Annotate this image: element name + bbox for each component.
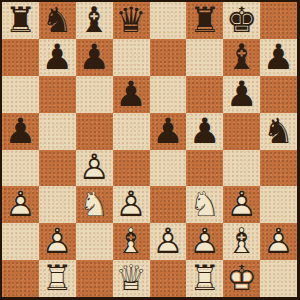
white-piece-outline-glyph: ♖	[186, 260, 223, 297]
piece-black-bishop[interactable]: ♝	[223, 39, 260, 76]
square-d1[interactable]: ♛♕	[113, 260, 150, 297]
piece-black-knight[interactable]: ♞	[39, 2, 76, 39]
square-g5[interactable]	[223, 113, 260, 150]
square-d6[interactable]: ♟	[113, 76, 150, 113]
piece-white-pawn[interactable]: ♟♙	[260, 223, 297, 260]
square-c8[interactable]: ♝	[76, 2, 113, 39]
square-c5[interactable]	[76, 113, 113, 150]
square-e5[interactable]: ♟	[150, 113, 187, 150]
piece-white-knight[interactable]: ♞♘	[76, 186, 113, 223]
piece-white-pawn[interactable]: ♟♙	[39, 223, 76, 260]
square-d4[interactable]	[113, 150, 150, 187]
white-piece-outline-glyph: ♖	[39, 260, 76, 297]
square-e7[interactable]	[150, 39, 187, 76]
square-b3[interactable]	[39, 186, 76, 223]
chess-board: ♜♞♝♛♜♚♟♟♝♟♟♟♟♟♟♞♟♙♟♙♞♘♟♙♞♘♟♙♟♙♝♗♟♙♟♙♝♗♟♙…	[2, 2, 297, 297]
square-d2[interactable]: ♝♗	[113, 223, 150, 260]
square-f1[interactable]: ♜♖	[186, 260, 223, 297]
square-d8[interactable]: ♛	[113, 2, 150, 39]
piece-white-rook[interactable]: ♜♖	[186, 260, 223, 297]
square-h1[interactable]	[260, 260, 297, 297]
white-piece-outline-glyph: ♘	[186, 186, 223, 223]
piece-white-king[interactable]: ♚♔	[223, 260, 260, 297]
white-piece-outline-glyph: ♔	[223, 260, 260, 297]
white-piece-outline-glyph: ♗	[223, 223, 260, 260]
white-piece-outline-glyph: ♙	[113, 186, 150, 223]
square-h3[interactable]	[260, 186, 297, 223]
piece-black-knight[interactable]: ♞	[260, 113, 297, 150]
square-d3[interactable]: ♟♙	[113, 186, 150, 223]
square-e6[interactable]	[150, 76, 187, 113]
white-piece-outline-glyph: ♘	[76, 186, 113, 223]
piece-white-pawn[interactable]: ♟♙	[150, 223, 187, 260]
square-h4[interactable]	[260, 150, 297, 187]
square-a4[interactable]	[2, 150, 39, 187]
square-e2[interactable]: ♟♙	[150, 223, 187, 260]
white-piece-outline-glyph: ♙	[186, 223, 223, 260]
square-g8[interactable]: ♚	[223, 2, 260, 39]
square-e3[interactable]	[150, 186, 187, 223]
piece-black-rook[interactable]: ♜	[186, 2, 223, 39]
square-e1[interactable]	[150, 260, 187, 297]
square-b6[interactable]	[39, 76, 76, 113]
square-f6[interactable]	[186, 76, 223, 113]
square-h7[interactable]: ♟	[260, 39, 297, 76]
square-c4[interactable]: ♟♙	[76, 150, 113, 187]
piece-white-bishop[interactable]: ♝♗	[223, 223, 260, 260]
square-c2[interactable]	[76, 223, 113, 260]
piece-black-pawn[interactable]: ♟	[76, 39, 113, 76]
piece-white-pawn[interactable]: ♟♙	[2, 186, 39, 223]
piece-white-pawn[interactable]: ♟♙	[76, 150, 113, 187]
square-a8[interactable]: ♜	[2, 2, 39, 39]
square-h5[interactable]: ♞	[260, 113, 297, 150]
white-piece-outline-glyph: ♙	[223, 186, 260, 223]
piece-white-pawn[interactable]: ♟♙	[186, 223, 223, 260]
piece-black-bishop[interactable]: ♝	[76, 2, 113, 39]
square-b7[interactable]: ♟	[39, 39, 76, 76]
piece-black-pawn[interactable]: ♟	[113, 76, 150, 113]
square-h2[interactable]: ♟♙	[260, 223, 297, 260]
piece-black-pawn[interactable]: ♟	[223, 76, 260, 113]
piece-black-queen[interactable]: ♛	[113, 2, 150, 39]
square-g4[interactable]	[223, 150, 260, 187]
piece-black-pawn[interactable]: ♟	[39, 39, 76, 76]
square-g2[interactable]: ♝♗	[223, 223, 260, 260]
square-g7[interactable]: ♝	[223, 39, 260, 76]
white-piece-outline-glyph: ♙	[150, 223, 187, 260]
square-c1[interactable]	[76, 260, 113, 297]
square-e4[interactable]	[150, 150, 187, 187]
square-b1[interactable]: ♜♖	[39, 260, 76, 297]
piece-white-queen[interactable]: ♛♕	[113, 260, 150, 297]
square-f5[interactable]: ♟	[186, 113, 223, 150]
square-c6[interactable]	[76, 76, 113, 113]
square-g3[interactable]: ♟♙	[223, 186, 260, 223]
white-piece-outline-glyph: ♙	[76, 150, 113, 187]
square-a3[interactable]: ♟♙	[2, 186, 39, 223]
piece-black-pawn[interactable]: ♟	[260, 39, 297, 76]
piece-black-rook[interactable]: ♜	[2, 2, 39, 39]
piece-white-bishop[interactable]: ♝♗	[113, 223, 150, 260]
piece-white-knight[interactable]: ♞♘	[186, 186, 223, 223]
piece-white-rook[interactable]: ♜♖	[39, 260, 76, 297]
white-piece-outline-glyph: ♕	[113, 260, 150, 297]
square-a7[interactable]	[2, 39, 39, 76]
piece-black-king[interactable]: ♚	[223, 2, 260, 39]
square-a5[interactable]: ♟	[2, 113, 39, 150]
piece-black-pawn[interactable]: ♟	[2, 113, 39, 150]
piece-black-pawn[interactable]: ♟	[186, 113, 223, 150]
white-piece-outline-glyph: ♙	[2, 186, 39, 223]
square-a1[interactable]	[2, 260, 39, 297]
square-f8[interactable]: ♜	[186, 2, 223, 39]
square-b2[interactable]: ♟♙	[39, 223, 76, 260]
square-b8[interactable]: ♞	[39, 2, 76, 39]
piece-white-pawn[interactable]: ♟♙	[223, 186, 260, 223]
piece-black-pawn[interactable]: ♟	[150, 113, 187, 150]
square-c3[interactable]: ♞♘	[76, 186, 113, 223]
square-f4[interactable]	[186, 150, 223, 187]
white-piece-outline-glyph: ♙	[260, 223, 297, 260]
square-e8[interactable]	[150, 2, 187, 39]
square-d7[interactable]	[113, 39, 150, 76]
square-a6[interactable]	[2, 76, 39, 113]
white-piece-outline-glyph: ♗	[113, 223, 150, 260]
square-a2[interactable]	[2, 223, 39, 260]
square-f2[interactable]: ♟♙	[186, 223, 223, 260]
white-piece-outline-glyph: ♙	[39, 223, 76, 260]
square-b5[interactable]	[39, 113, 76, 150]
square-g1[interactable]: ♚♔	[223, 260, 260, 297]
square-h6[interactable]	[260, 76, 297, 113]
square-f7[interactable]	[186, 39, 223, 76]
square-d5[interactable]	[113, 113, 150, 150]
board-frame: ♜♞♝♛♜♚♟♟♝♟♟♟♟♟♟♞♟♙♟♙♞♘♟♙♞♘♟♙♟♙♝♗♟♙♟♙♝♗♟♙…	[0, 0, 300, 300]
square-c7[interactable]: ♟	[76, 39, 113, 76]
square-f3[interactable]: ♞♘	[186, 186, 223, 223]
piece-white-pawn[interactable]: ♟♙	[113, 186, 150, 223]
square-h8[interactable]	[260, 2, 297, 39]
square-b4[interactable]	[39, 150, 76, 187]
square-g6[interactable]: ♟	[223, 76, 260, 113]
